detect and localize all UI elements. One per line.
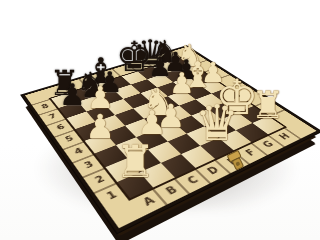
clasp-icon [222,146,252,178]
board-scene: ABCDEFGH 87654321 [57,7,267,217]
chess-set-photo: ABCDEFGH 87654321 ♜♝♚♛♞♟♞♟♟♟♞♟♟♟♝♟♟♞♟♟♚♜… [0,0,320,240]
